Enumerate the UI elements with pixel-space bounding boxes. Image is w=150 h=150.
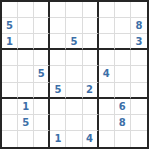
sudoku-cell-r9c3[interactable] — [34, 131, 50, 147]
given-digit: 8 — [119, 117, 126, 128]
sudoku-cell-r1c5[interactable] — [66, 2, 82, 18]
sudoku-cell-r2c5[interactable] — [66, 18, 82, 34]
sudoku-cell-r5c1[interactable] — [2, 66, 18, 82]
sudoku-cell-r6c7[interactable] — [99, 83, 115, 99]
sudoku-cell-r2c8[interactable] — [115, 18, 131, 34]
sudoku-cell-r9c9[interactable] — [131, 131, 147, 147]
given-digit: 1 — [54, 133, 61, 144]
sudoku-cell-r5c7[interactable]: 4 — [99, 66, 115, 82]
sudoku-cell-r6c5[interactable] — [66, 83, 82, 99]
given-digit: 1 — [22, 101, 29, 112]
sudoku-cell-r6c9[interactable] — [131, 83, 147, 99]
sudoku-cell-r6c2[interactable] — [18, 83, 34, 99]
sudoku-cell-r5c6[interactable] — [83, 66, 99, 82]
sudoku-cell-r1c9[interactable] — [131, 2, 147, 18]
sudoku-cell-r3c1[interactable]: 1 — [2, 34, 18, 50]
sudoku-cell-r4c1[interactable] — [2, 50, 18, 66]
given-digit: 3 — [135, 36, 142, 47]
given-digit: 5 — [54, 84, 61, 95]
sudoku-cell-r2c1[interactable]: 5 — [2, 18, 18, 34]
sudoku-cell-r1c7[interactable] — [99, 2, 115, 18]
sudoku-cell-r4c3[interactable] — [34, 50, 50, 66]
sudoku-cell-r1c6[interactable] — [83, 2, 99, 18]
given-digit: 5 — [22, 117, 29, 128]
given-digit: 5 — [6, 20, 13, 31]
given-digit: 4 — [86, 133, 93, 144]
sudoku-cell-r8c1[interactable] — [2, 115, 18, 131]
sudoku-cell-r7c2[interactable]: 1 — [18, 99, 34, 115]
given-digit: 5 — [71, 36, 78, 47]
sudoku-cell-r6c3[interactable] — [34, 83, 50, 99]
given-digit: 6 — [119, 101, 126, 112]
given-digit: 5 — [38, 68, 45, 79]
sudoku-cell-r3c2[interactable] — [18, 34, 34, 50]
sudoku-cell-r3c5[interactable]: 5 — [66, 34, 82, 50]
sudoku-cell-r8c8[interactable]: 8 — [115, 115, 131, 131]
sudoku-cell-r2c4[interactable] — [50, 18, 66, 34]
sudoku-cell-r2c3[interactable] — [34, 18, 50, 34]
sudoku-cell-r9c2[interactable] — [18, 131, 34, 147]
sudoku-cell-r1c4[interactable] — [50, 2, 66, 18]
sudoku-cell-r6c8[interactable] — [115, 83, 131, 99]
sudoku-cell-r8c3[interactable] — [34, 115, 50, 131]
sudoku-cell-r1c8[interactable] — [115, 2, 131, 18]
sudoku-cell-r7c4[interactable] — [50, 99, 66, 115]
sudoku-cell-r8c5[interactable] — [66, 115, 82, 131]
sudoku-cell-r7c7[interactable] — [99, 99, 115, 115]
sudoku-cell-r3c6[interactable] — [83, 34, 99, 50]
sudoku-cell-r4c4[interactable] — [50, 50, 66, 66]
sudoku-cell-r5c9[interactable] — [131, 66, 147, 82]
sudoku-cell-r1c2[interactable] — [18, 2, 34, 18]
sudoku-cell-r4c8[interactable] — [115, 50, 131, 66]
sudoku-cell-r4c2[interactable] — [18, 50, 34, 66]
sudoku-cell-r9c1[interactable] — [2, 131, 18, 147]
given-digit: 1 — [6, 36, 13, 47]
sudoku-cell-r9c4[interactable]: 1 — [50, 131, 66, 147]
given-digit: 8 — [135, 20, 142, 31]
sudoku-cell-r4c7[interactable] — [99, 50, 115, 66]
sudoku-cell-r5c2[interactable] — [18, 66, 34, 82]
sudoku-cell-r5c8[interactable] — [115, 66, 131, 82]
sudoku-cell-r3c7[interactable] — [99, 34, 115, 50]
sudoku-cell-r9c5[interactable] — [66, 131, 82, 147]
sudoku-cell-r1c3[interactable] — [34, 2, 50, 18]
sudoku-cell-r9c7[interactable] — [99, 131, 115, 147]
sudoku-cell-r8c7[interactable] — [99, 115, 115, 131]
sudoku-cell-r8c2[interactable]: 5 — [18, 115, 34, 131]
sudoku-cell-r9c6[interactable]: 4 — [83, 131, 99, 147]
sudoku-cell-r5c4[interactable] — [50, 66, 66, 82]
sudoku-cell-r2c2[interactable] — [18, 18, 34, 34]
sudoku-cell-r3c9[interactable]: 3 — [131, 34, 147, 50]
sudoku-cell-r5c5[interactable] — [66, 66, 82, 82]
sudoku-cell-r2c9[interactable]: 8 — [131, 18, 147, 34]
sudoku-cell-r4c6[interactable] — [83, 50, 99, 66]
sudoku-cell-r3c3[interactable] — [34, 34, 50, 50]
sudoku-cell-r3c4[interactable] — [50, 34, 66, 50]
sudoku-cell-r6c1[interactable] — [2, 83, 18, 99]
sudoku-board: 581535452165814 — [0, 0, 149, 149]
sudoku-cell-r5c3[interactable]: 5 — [34, 66, 50, 82]
sudoku-cell-r8c9[interactable] — [131, 115, 147, 131]
sudoku-cell-r7c9[interactable] — [131, 99, 147, 115]
sudoku-cell-r7c5[interactable] — [66, 99, 82, 115]
sudoku-cell-r3c8[interactable] — [115, 34, 131, 50]
sudoku-cell-r6c6[interactable]: 2 — [83, 83, 99, 99]
sudoku-cell-r2c6[interactable] — [83, 18, 99, 34]
sudoku-cell-r9c8[interactable] — [115, 131, 131, 147]
given-digit: 4 — [103, 68, 110, 79]
sudoku-cell-r8c6[interactable] — [83, 115, 99, 131]
sudoku-cell-r8c4[interactable] — [50, 115, 66, 131]
given-digit: 2 — [86, 84, 93, 95]
sudoku-cell-r7c3[interactable] — [34, 99, 50, 115]
sudoku-cell-r4c9[interactable] — [131, 50, 147, 66]
sudoku-cell-r7c8[interactable]: 6 — [115, 99, 131, 115]
sudoku-cell-r7c6[interactable] — [83, 99, 99, 115]
sudoku-cell-r2c7[interactable] — [99, 18, 115, 34]
sudoku-cell-r4c5[interactable] — [66, 50, 82, 66]
sudoku-cell-r6c4[interactable]: 5 — [50, 83, 66, 99]
sudoku-cell-r1c1[interactable] — [2, 2, 18, 18]
sudoku-cell-r7c1[interactable] — [2, 99, 18, 115]
